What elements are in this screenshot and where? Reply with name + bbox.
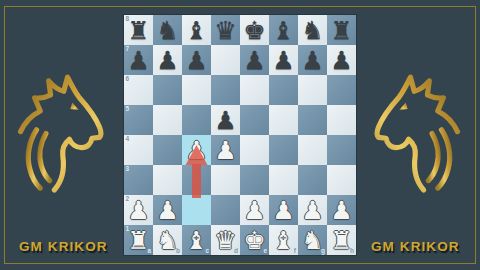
square-h2[interactable]: ♟ [327, 195, 356, 225]
square-d1[interactable]: ♛d [211, 225, 240, 255]
square-f4[interactable] [269, 135, 298, 165]
white-pawn: ♟ [240, 195, 269, 225]
file-label-g: g [321, 248, 325, 255]
black-pawn: ♟ [269, 45, 298, 75]
white-pawn: ♟ [211, 135, 240, 165]
square-e1[interactable]: ♚e [240, 225, 269, 255]
square-f2[interactable]: ♟ [269, 195, 298, 225]
square-a8[interactable]: ♜8 [124, 15, 153, 45]
square-d8[interactable]: ♛ [211, 15, 240, 45]
square-h1[interactable]: ♜h [327, 225, 356, 255]
black-pawn: ♟ [124, 45, 153, 75]
white-pawn: ♟ [182, 135, 211, 165]
white-pawn: ♟ [269, 195, 298, 225]
file-label-e: e [263, 248, 267, 255]
square-a2[interactable]: ♟2 [124, 195, 153, 225]
square-g5[interactable] [298, 105, 327, 135]
white-queen: ♛ [211, 225, 240, 255]
file-label-d: d [234, 248, 238, 255]
square-d5[interactable]: ♟ [211, 105, 240, 135]
square-f3[interactable] [269, 165, 298, 195]
white-pawn: ♟ [298, 195, 327, 225]
rank-label-7: 7 [126, 46, 130, 53]
white-rook: ♜ [124, 225, 153, 255]
white-knight: ♞ [153, 225, 182, 255]
black-king: ♚ [240, 15, 269, 45]
square-a4[interactable]: 4 [124, 135, 153, 165]
square-h3[interactable] [327, 165, 356, 195]
rank-label-3: 3 [126, 166, 130, 173]
black-knight: ♞ [298, 15, 327, 45]
square-g2[interactable]: ♟ [298, 195, 327, 225]
square-e2[interactable]: ♟ [240, 195, 269, 225]
square-c8[interactable]: ♝ [182, 15, 211, 45]
file-label-h: h [350, 248, 354, 255]
square-b7[interactable]: ♟ [153, 45, 182, 75]
chess-board: ♜8♞♝♛♚♝♞♜♟7♟♟♟♟♟♟65♟4♟♟3♟2♟♟♟♟♟♜1a♞b♝c♛d… [124, 15, 356, 255]
file-label-c: c [205, 248, 209, 255]
white-knight: ♞ [298, 225, 327, 255]
square-a7[interactable]: ♟7 [124, 45, 153, 75]
black-queen: ♛ [211, 15, 240, 45]
square-a5[interactable]: 5 [124, 105, 153, 135]
square-g1[interactable]: ♞g [298, 225, 327, 255]
black-pawn: ♟ [211, 105, 240, 135]
square-d6[interactable] [211, 75, 240, 105]
knight-logo-right-icon [371, 71, 465, 198]
square-e3[interactable] [240, 165, 269, 195]
square-b3[interactable] [153, 165, 182, 195]
black-pawn: ♟ [153, 45, 182, 75]
square-b8[interactable]: ♞ [153, 15, 182, 45]
square-e5[interactable] [240, 105, 269, 135]
square-e7[interactable]: ♟ [240, 45, 269, 75]
black-pawn: ♟ [298, 45, 327, 75]
file-label-a: a [147, 248, 151, 255]
square-h6[interactable] [327, 75, 356, 105]
square-e4[interactable] [240, 135, 269, 165]
square-f6[interactable] [269, 75, 298, 105]
square-d4[interactable]: ♟ [211, 135, 240, 165]
square-c7[interactable]: ♟ [182, 45, 211, 75]
square-g4[interactable] [298, 135, 327, 165]
gm-krikor-text-left: GM KRIKOR [19, 239, 108, 255]
rank-label-8: 8 [126, 16, 130, 23]
square-g7[interactable]: ♟ [298, 45, 327, 75]
square-c5[interactable] [182, 105, 211, 135]
square-e6[interactable] [240, 75, 269, 105]
square-g3[interactable] [298, 165, 327, 195]
square-b2[interactable]: ♟ [153, 195, 182, 225]
square-f1[interactable]: ♝f [269, 225, 298, 255]
file-label-f: f [294, 248, 296, 255]
white-pawn: ♟ [153, 195, 182, 225]
gm-krikor-text-right: GM KRIKOR [371, 239, 460, 255]
white-pawn: ♟ [327, 195, 356, 225]
square-h7[interactable]: ♟ [327, 45, 356, 75]
square-g6[interactable] [298, 75, 327, 105]
black-rook: ♜ [327, 15, 356, 45]
black-knight: ♞ [153, 15, 182, 45]
square-d3[interactable] [211, 165, 240, 195]
black-pawn: ♟ [182, 45, 211, 75]
knight-logo-left-icon [13, 71, 107, 198]
square-h5[interactable] [327, 105, 356, 135]
square-d2[interactable] [211, 195, 240, 225]
white-bishop: ♝ [182, 225, 211, 255]
black-rook: ♜ [124, 15, 153, 45]
square-b1[interactable]: ♞b [153, 225, 182, 255]
square-d7[interactable] [211, 45, 240, 75]
square-a6[interactable]: 6 [124, 75, 153, 105]
square-h4[interactable] [327, 135, 356, 165]
black-pawn: ♟ [327, 45, 356, 75]
black-bishop: ♝ [182, 15, 211, 45]
square-a3[interactable]: 3 [124, 165, 153, 195]
rank-label-5: 5 [126, 106, 130, 113]
white-pawn: ♟ [124, 195, 153, 225]
white-bishop: ♝ [269, 225, 298, 255]
square-c4[interactable]: ♟ [182, 135, 211, 165]
thumbnail-canvas: ♜8♞♝♛♚♝♞♜♟7♟♟♟♟♟♟65♟4♟♟3♟2♟♟♟♟♟♜1a♞b♝c♛d… [0, 0, 480, 270]
square-g8[interactable]: ♞ [298, 15, 327, 45]
square-c3[interactable] [182, 165, 211, 195]
square-f7[interactable]: ♟ [269, 45, 298, 75]
square-f5[interactable] [269, 105, 298, 135]
square-b4[interactable] [153, 135, 182, 165]
rank-label-6: 6 [126, 76, 130, 83]
rank-label-2: 2 [126, 196, 130, 203]
white-rook: ♜ [327, 225, 356, 255]
file-label-b: b [176, 248, 180, 255]
rank-label-4: 4 [126, 136, 130, 143]
square-h8[interactable]: ♜ [327, 15, 356, 45]
square-e8[interactable]: ♚ [240, 15, 269, 45]
rank-label-1: 1 [126, 226, 130, 233]
square-c6[interactable] [182, 75, 211, 105]
white-king: ♚ [240, 225, 269, 255]
square-c1[interactable]: ♝c [182, 225, 211, 255]
square-f8[interactable]: ♝ [269, 15, 298, 45]
square-b5[interactable] [153, 105, 182, 135]
square-b6[interactable] [153, 75, 182, 105]
square-a1[interactable]: ♜1a [124, 225, 153, 255]
black-pawn: ♟ [240, 45, 269, 75]
square-c2[interactable] [182, 195, 211, 225]
black-bishop: ♝ [269, 15, 298, 45]
